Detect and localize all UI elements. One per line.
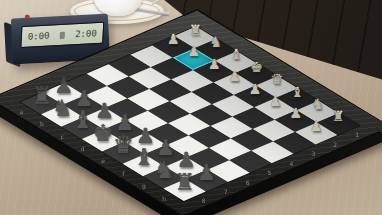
white-rook[interactable]: ♜ xyxy=(180,15,210,45)
rank-label-1: 1 xyxy=(355,131,359,138)
clock-left-time: 0:00 xyxy=(28,31,50,42)
rank-label-6: 6 xyxy=(245,178,249,185)
file-label-g: g xyxy=(142,182,146,189)
clock-mode-icon xyxy=(60,31,65,38)
clock-right-time: 2:00 xyxy=(75,28,97,39)
rank-label-4: 4 xyxy=(289,159,293,166)
file-label-b: b xyxy=(40,120,44,127)
file-label-h: h xyxy=(163,194,167,201)
rank-label-5: 5 xyxy=(267,169,271,176)
rank-label-8: 8 xyxy=(201,197,205,204)
clock-lever xyxy=(25,15,30,19)
file-label-a: a xyxy=(20,108,24,115)
rank-label-2: 2 xyxy=(333,141,337,148)
file-label-d: d xyxy=(81,145,85,152)
scene: 0:00 2:00 ♜♞♝♚♛♝♞♜♟♟♟♟♟♟♟♟♟♟♟♟♟♟♟♟♜♞♝♚♛♝… xyxy=(0,0,382,215)
file-label-f: f xyxy=(123,170,125,177)
rank-label-7: 7 xyxy=(223,188,227,195)
clock-lcd: 0:00 2:00 xyxy=(20,22,104,48)
rank-label-3: 3 xyxy=(311,150,315,157)
file-label-e: e xyxy=(102,157,106,164)
file-label-c: c xyxy=(61,133,64,140)
